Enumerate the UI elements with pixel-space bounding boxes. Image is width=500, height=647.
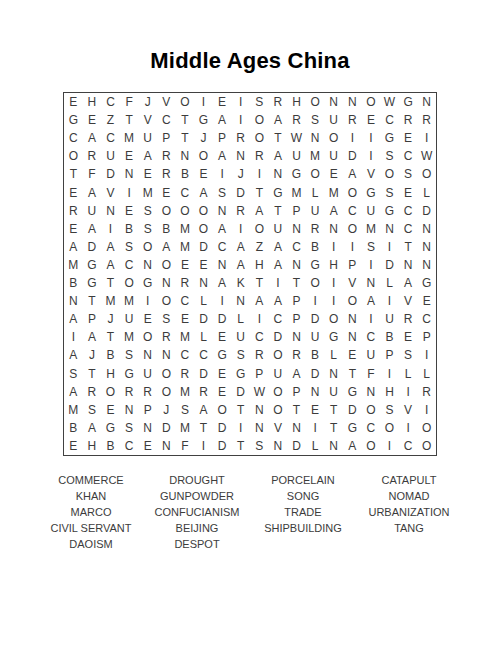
grid-cell[interactable]: S	[120, 238, 139, 256]
grid-cell[interactable]: I	[362, 129, 381, 147]
grid-cell[interactable]: R	[287, 111, 306, 129]
grid-cell[interactable]: N	[417, 220, 436, 238]
grid-cell[interactable]: N	[287, 256, 306, 274]
grid-cell[interactable]: E	[194, 256, 213, 274]
grid-cell[interactable]: W	[417, 147, 436, 165]
grid-cell[interactable]: E	[194, 165, 213, 183]
grid-cell[interactable]: P	[157, 129, 176, 147]
grid-cell[interactable]: A	[83, 419, 102, 437]
grid-cell[interactable]: A	[138, 147, 157, 165]
grid-cell[interactable]: S	[250, 437, 269, 455]
grid-cell[interactable]: U	[380, 310, 399, 328]
grid-cell[interactable]: I	[417, 129, 436, 147]
grid-cell[interactable]: P	[380, 346, 399, 364]
grid-cell[interactable]: U	[306, 202, 325, 220]
grid-cell[interactable]: N	[417, 256, 436, 274]
grid-cell[interactable]: T	[231, 437, 250, 455]
grid-cell[interactable]: L	[194, 328, 213, 346]
grid-cell[interactable]: N	[213, 202, 232, 220]
grid-cell[interactable]: A	[269, 147, 288, 165]
grid-cell[interactable]: B	[64, 419, 83, 437]
grid-cell[interactable]: G	[362, 184, 381, 202]
grid-cell[interactable]: T	[324, 419, 343, 437]
grid-cell[interactable]: O	[250, 111, 269, 129]
grid-cell[interactable]: U	[83, 202, 102, 220]
grid-cell[interactable]: D	[417, 202, 436, 220]
grid-cell[interactable]: E	[138, 437, 157, 455]
grid-cell[interactable]: N	[287, 328, 306, 346]
grid-cell[interactable]: N	[306, 383, 325, 401]
grid-cell[interactable]: I	[417, 401, 436, 419]
grid-cell[interactable]: L	[306, 184, 325, 202]
grid-cell[interactable]: R	[417, 111, 436, 129]
grid-cell[interactable]: H	[380, 383, 399, 401]
grid-cell[interactable]: L	[417, 184, 436, 202]
grid-cell[interactable]: G	[64, 111, 83, 129]
grid-cell[interactable]: V	[399, 401, 418, 419]
grid-cell[interactable]: J	[83, 346, 102, 364]
grid-cell[interactable]: T	[101, 328, 120, 346]
grid-cell[interactable]: I	[64, 328, 83, 346]
grid-cell[interactable]: A	[64, 346, 83, 364]
grid-cell[interactable]: U	[324, 111, 343, 129]
grid-cell[interactable]: W	[287, 129, 306, 147]
grid-cell[interactable]: O	[343, 292, 362, 310]
grid-cell[interactable]: O	[306, 274, 325, 292]
grid-cell[interactable]: A	[269, 238, 288, 256]
grid-cell[interactable]: B	[306, 346, 325, 364]
grid-cell[interactable]: T	[269, 202, 288, 220]
grid-cell[interactable]: N	[120, 165, 139, 183]
grid-cell[interactable]: N	[269, 437, 288, 455]
grid-cell[interactable]: S	[380, 184, 399, 202]
grid-cell[interactable]: S	[120, 419, 139, 437]
grid-cell[interactable]: A	[213, 147, 232, 165]
grid-cell[interactable]: N	[250, 419, 269, 437]
grid-cell[interactable]: P	[287, 202, 306, 220]
grid-cell[interactable]: D	[194, 365, 213, 383]
grid-cell[interactable]: N	[417, 238, 436, 256]
grid-cell[interactable]: S	[176, 401, 195, 419]
grid-cell[interactable]: I	[269, 274, 288, 292]
grid-cell[interactable]: L	[324, 346, 343, 364]
grid-cell[interactable]: G	[231, 365, 250, 383]
grid-cell[interactable]: E	[213, 93, 232, 111]
grid-cell[interactable]: A	[194, 184, 213, 202]
grid-cell[interactable]: G	[83, 274, 102, 292]
grid-cell[interactable]: E	[138, 310, 157, 328]
grid-cell[interactable]: T	[343, 365, 362, 383]
grid-cell[interactable]: A	[213, 274, 232, 292]
grid-cell[interactable]: D	[157, 419, 176, 437]
grid-cell[interactable]: O	[138, 238, 157, 256]
grid-cell[interactable]: A	[213, 220, 232, 238]
grid-cell[interactable]: J	[101, 310, 120, 328]
grid-cell[interactable]: G	[343, 383, 362, 401]
grid-cell[interactable]: O	[269, 346, 288, 364]
grid-cell[interactable]: P	[138, 401, 157, 419]
grid-cell[interactable]: O	[138, 328, 157, 346]
grid-cell[interactable]: O	[362, 437, 381, 455]
grid-cell[interactable]: N	[101, 202, 120, 220]
grid-cell[interactable]: S	[83, 401, 102, 419]
grid-cell[interactable]: A	[213, 111, 232, 129]
grid-cell[interactable]: E	[362, 111, 381, 129]
grid-cell[interactable]: A	[250, 292, 269, 310]
grid-cell[interactable]: K	[231, 274, 250, 292]
grid-cell[interactable]: U	[287, 147, 306, 165]
grid-cell[interactable]: M	[64, 256, 83, 274]
grid-cell[interactable]: I	[213, 165, 232, 183]
grid-cell[interactable]: E	[417, 292, 436, 310]
grid-cell[interactable]: N	[399, 256, 418, 274]
grid-cell[interactable]: U	[362, 346, 381, 364]
grid-cell[interactable]: G	[417, 274, 436, 292]
grid-cell[interactable]: A	[231, 238, 250, 256]
grid-cell[interactable]: P	[287, 292, 306, 310]
grid-cell[interactable]: E	[343, 346, 362, 364]
grid-cell[interactable]: R	[399, 310, 418, 328]
grid-cell[interactable]: R	[83, 383, 102, 401]
grid-cell[interactable]: N	[213, 256, 232, 274]
grid-cell[interactable]: A	[83, 328, 102, 346]
grid-cell[interactable]: D	[194, 310, 213, 328]
grid-cell[interactable]: B	[64, 274, 83, 292]
grid-cell[interactable]: B	[306, 238, 325, 256]
grid-cell[interactable]: O	[362, 401, 381, 419]
grid-cell[interactable]: E	[399, 184, 418, 202]
grid-cell[interactable]: E	[213, 328, 232, 346]
grid-cell[interactable]: M	[64, 401, 83, 419]
grid-cell[interactable]: A	[64, 310, 83, 328]
grid-cell[interactable]: R	[287, 346, 306, 364]
grid-cell[interactable]: R	[269, 93, 288, 111]
grid-cell[interactable]: M	[362, 220, 381, 238]
grid-cell[interactable]: N	[362, 274, 381, 292]
grid-cell[interactable]: M	[287, 184, 306, 202]
grid-cell[interactable]: S	[399, 165, 418, 183]
grid-cell[interactable]: T	[101, 274, 120, 292]
grid-cell[interactable]: N	[231, 292, 250, 310]
grid-cell[interactable]: T	[269, 129, 288, 147]
grid-cell[interactable]: N	[362, 383, 381, 401]
grid-cell[interactable]: M	[306, 147, 325, 165]
grid-cell[interactable]: L	[306, 437, 325, 455]
grid-cell[interactable]: M	[176, 220, 195, 238]
grid-cell[interactable]: R	[250, 346, 269, 364]
grid-cell[interactable]: U	[138, 365, 157, 383]
grid-cell[interactable]: I	[250, 165, 269, 183]
grid-cell[interactable]: E	[399, 328, 418, 346]
grid-cell[interactable]: D	[380, 256, 399, 274]
grid-cell[interactable]: T	[176, 129, 195, 147]
grid-cell[interactable]: Z	[250, 238, 269, 256]
grid-cell[interactable]: E	[101, 401, 120, 419]
grid-cell[interactable]: V	[269, 419, 288, 437]
grid-cell[interactable]: E	[64, 437, 83, 455]
grid-cell[interactable]: U	[269, 220, 288, 238]
grid-cell[interactable]: A	[250, 202, 269, 220]
grid-cell[interactable]: U	[324, 147, 343, 165]
grid-cell[interactable]: C	[399, 437, 418, 455]
grid-cell[interactable]: N	[176, 147, 195, 165]
grid-cell[interactable]: O	[101, 383, 120, 401]
grid-cell[interactable]: G	[343, 419, 362, 437]
grid-cell[interactable]: E	[120, 202, 139, 220]
grid-cell[interactable]: A	[269, 256, 288, 274]
grid-cell[interactable]: A	[343, 165, 362, 183]
grid-cell[interactable]: D	[231, 184, 250, 202]
grid-cell[interactable]: I	[194, 93, 213, 111]
grid-cell[interactable]: N	[157, 274, 176, 292]
grid-cell[interactable]: I	[380, 238, 399, 256]
grid-cell[interactable]: A	[269, 292, 288, 310]
grid-cell[interactable]: G	[324, 328, 343, 346]
grid-cell[interactable]: I	[250, 310, 269, 328]
grid-cell[interactable]: V	[343, 274, 362, 292]
grid-cell[interactable]: V	[101, 184, 120, 202]
grid-cell[interactable]: O	[157, 383, 176, 401]
grid-cell[interactable]: U	[101, 147, 120, 165]
grid-cell[interactable]: G	[287, 165, 306, 183]
grid-cell[interactable]: G	[380, 129, 399, 147]
grid-cell[interactable]: A	[343, 437, 362, 455]
grid-cell[interactable]: T	[250, 274, 269, 292]
grid-cell[interactable]: P	[83, 310, 102, 328]
grid-cell[interactable]: E	[176, 256, 195, 274]
grid-cell[interactable]: G	[194, 111, 213, 129]
grid-cell[interactable]: O	[157, 256, 176, 274]
grid-cell[interactable]: U	[362, 202, 381, 220]
grid-cell[interactable]: A	[83, 129, 102, 147]
grid-cell[interactable]: G	[269, 184, 288, 202]
grid-cell[interactable]: C	[287, 238, 306, 256]
grid-cell[interactable]: U	[138, 129, 157, 147]
grid-cell[interactable]: G	[399, 93, 418, 111]
grid-cell[interactable]: L	[399, 365, 418, 383]
grid-cell[interactable]: I	[380, 292, 399, 310]
grid-cell[interactable]: C	[362, 419, 381, 437]
grid-cell[interactable]: G	[83, 256, 102, 274]
grid-cell[interactable]: S	[380, 401, 399, 419]
grid-cell[interactable]: N	[157, 346, 176, 364]
grid-cell[interactable]: N	[64, 292, 83, 310]
grid-cell[interactable]: I	[362, 310, 381, 328]
grid-cell[interactable]: O	[213, 401, 232, 419]
grid-cell[interactable]: B	[101, 437, 120, 455]
grid-cell[interactable]: C	[269, 310, 288, 328]
grid-cell[interactable]: I	[120, 184, 139, 202]
grid-cell[interactable]: A	[324, 202, 343, 220]
grid-cell[interactable]: N	[269, 165, 288, 183]
grid-cell[interactable]: N	[343, 328, 362, 346]
grid-cell[interactable]: R	[138, 383, 157, 401]
grid-cell[interactable]: I	[231, 220, 250, 238]
grid-cell[interactable]: M	[120, 292, 139, 310]
grid-cell[interactable]: R	[399, 111, 418, 129]
grid-cell[interactable]: N	[250, 401, 269, 419]
grid-cell[interactable]: L	[380, 274, 399, 292]
grid-cell[interactable]: S	[64, 365, 83, 383]
grid-cell[interactable]: H	[101, 365, 120, 383]
grid-cell[interactable]: T	[176, 111, 195, 129]
grid-cell[interactable]: A	[83, 220, 102, 238]
grid-cell[interactable]: B	[101, 346, 120, 364]
grid-cell[interactable]: C	[176, 184, 195, 202]
grid-cell[interactable]: O	[250, 220, 269, 238]
grid-cell[interactable]: J	[194, 129, 213, 147]
grid-cell[interactable]: O	[157, 292, 176, 310]
grid-cell[interactable]: F	[362, 365, 381, 383]
grid-cell[interactable]: R	[343, 111, 362, 129]
grid-cell[interactable]: C	[157, 111, 176, 129]
grid-cell[interactable]: I	[324, 292, 343, 310]
grid-cell[interactable]: O	[194, 147, 213, 165]
grid-cell[interactable]: A	[362, 292, 381, 310]
grid-cell[interactable]: N	[324, 220, 343, 238]
grid-cell[interactable]: S	[306, 111, 325, 129]
grid-cell[interactable]: I	[101, 220, 120, 238]
grid-cell[interactable]: I	[362, 147, 381, 165]
grid-cell[interactable]: E	[64, 93, 83, 111]
grid-cell[interactable]: M	[120, 328, 139, 346]
grid-cell[interactable]: C	[213, 238, 232, 256]
grid-cell[interactable]: E	[324, 165, 343, 183]
grid-cell[interactable]: F	[176, 437, 195, 455]
grid-cell[interactable]: G	[101, 419, 120, 437]
grid-cell[interactable]: T	[324, 401, 343, 419]
grid-cell[interactable]: D	[343, 147, 362, 165]
grid-cell[interactable]: I	[231, 111, 250, 129]
grid-cell[interactable]: O	[250, 129, 269, 147]
grid-cell[interactable]: A	[231, 256, 250, 274]
grid-cell[interactable]: U	[120, 310, 139, 328]
grid-cell[interactable]: R	[231, 129, 250, 147]
grid-cell[interactable]: N	[324, 365, 343, 383]
grid-cell[interactable]: L	[194, 292, 213, 310]
grid-cell[interactable]: I	[362, 256, 381, 274]
grid-cell[interactable]: M	[176, 238, 195, 256]
grid-cell[interactable]: O	[176, 93, 195, 111]
grid-cell[interactable]: G	[120, 365, 139, 383]
grid-cell[interactable]: E	[120, 147, 139, 165]
grid-cell[interactable]: S	[231, 346, 250, 364]
grid-cell[interactable]: N	[343, 93, 362, 111]
grid-cell[interactable]: S	[213, 184, 232, 202]
grid-cell[interactable]: D	[213, 437, 232, 455]
grid-cell[interactable]: T	[83, 365, 102, 383]
grid-cell[interactable]: S	[157, 310, 176, 328]
grid-cell[interactable]: N	[231, 147, 250, 165]
grid-cell[interactable]: M	[324, 184, 343, 202]
grid-cell[interactable]: B	[380, 328, 399, 346]
grid-cell[interactable]: I	[399, 419, 418, 437]
grid-cell[interactable]: N	[157, 437, 176, 455]
grid-cell[interactable]: A	[64, 383, 83, 401]
grid-cell[interactable]: I	[306, 292, 325, 310]
grid-cell[interactable]: I	[231, 93, 250, 111]
grid-cell[interactable]: C	[399, 202, 418, 220]
grid-cell[interactable]: U	[324, 383, 343, 401]
grid-cell[interactable]: I	[194, 437, 213, 455]
grid-cell[interactable]: I	[417, 346, 436, 364]
grid-cell[interactable]: N	[138, 419, 157, 437]
grid-cell[interactable]: D	[194, 238, 213, 256]
grid-cell[interactable]: O	[380, 419, 399, 437]
grid-cell[interactable]: N	[138, 346, 157, 364]
grid-cell[interactable]: T	[83, 292, 102, 310]
grid-cell[interactable]: H	[287, 93, 306, 111]
grid-cell[interactable]: U	[231, 328, 250, 346]
grid-cell[interactable]: S	[120, 346, 139, 364]
grid-cell[interactable]: I	[343, 129, 362, 147]
grid-cell[interactable]: C	[399, 220, 418, 238]
grid-cell[interactable]: V	[399, 292, 418, 310]
grid-cell[interactable]: T	[120, 111, 139, 129]
grid-cell[interactable]: O	[269, 383, 288, 401]
grid-cell[interactable]: C	[343, 202, 362, 220]
grid-cell[interactable]: C	[250, 328, 269, 346]
grid-cell[interactable]: G	[306, 256, 325, 274]
grid-cell[interactable]: M	[120, 129, 139, 147]
grid-cell[interactable]: I	[399, 383, 418, 401]
grid-cell[interactable]: S	[380, 147, 399, 165]
grid-cell[interactable]: A	[269, 111, 288, 129]
grid-cell[interactable]: N	[324, 93, 343, 111]
grid-cell[interactable]: O	[417, 437, 436, 455]
grid-cell[interactable]: C	[64, 129, 83, 147]
grid-cell[interactable]: I	[138, 292, 157, 310]
grid-cell[interactable]: V	[138, 111, 157, 129]
grid-cell[interactable]: M	[138, 184, 157, 202]
grid-cell[interactable]: P	[250, 365, 269, 383]
grid-cell[interactable]: N	[120, 401, 139, 419]
grid-cell[interactable]: Z	[101, 111, 120, 129]
grid-cell[interactable]: S	[250, 93, 269, 111]
grid-cell[interactable]: R	[231, 202, 250, 220]
grid-cell[interactable]: T	[399, 238, 418, 256]
grid-cell[interactable]: I	[306, 419, 325, 437]
grid-cell[interactable]: T	[64, 165, 83, 183]
grid-cell[interactable]: D	[231, 383, 250, 401]
grid-cell[interactable]: M	[176, 419, 195, 437]
grid-cell[interactable]: O	[362, 93, 381, 111]
grid-cell[interactable]: C	[101, 129, 120, 147]
grid-cell[interactable]: M	[176, 383, 195, 401]
grid-cell[interactable]: E	[399, 129, 418, 147]
grid-cell[interactable]: A	[64, 238, 83, 256]
grid-cell[interactable]: J	[138, 93, 157, 111]
grid-cell[interactable]: O	[324, 129, 343, 147]
grid-cell[interactable]: G	[380, 202, 399, 220]
grid-cell[interactable]: O	[306, 93, 325, 111]
grid-cell[interactable]: G	[213, 346, 232, 364]
grid-cell[interactable]: A	[287, 365, 306, 383]
grid-cell[interactable]: E	[213, 383, 232, 401]
grid-cell[interactable]: D	[101, 165, 120, 183]
grid-cell[interactable]: H	[83, 93, 102, 111]
grid-cell[interactable]: D	[269, 328, 288, 346]
grid-cell[interactable]: O	[176, 202, 195, 220]
grid-cell[interactable]: O	[324, 310, 343, 328]
grid-cell[interactable]: O	[157, 202, 176, 220]
grid-cell[interactable]: T	[250, 184, 269, 202]
grid-cell[interactable]: H	[324, 256, 343, 274]
grid-cell[interactable]: T	[194, 419, 213, 437]
grid-cell[interactable]: O	[417, 419, 436, 437]
grid-cell[interactable]: C	[120, 256, 139, 274]
grid-cell[interactable]: N	[194, 274, 213, 292]
